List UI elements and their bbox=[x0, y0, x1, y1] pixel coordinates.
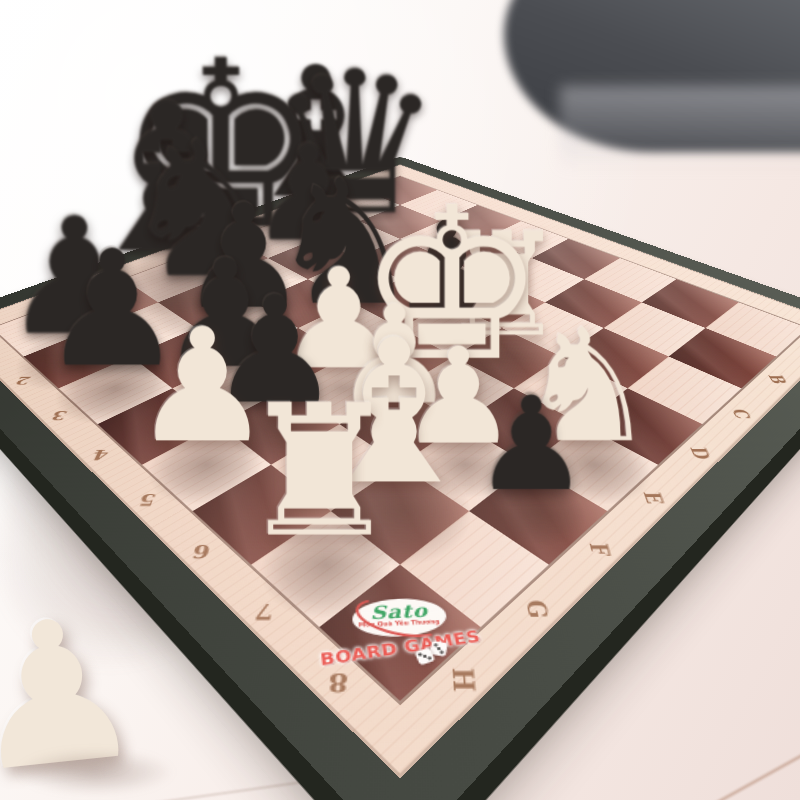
white-rook-glyph: ♜ bbox=[238, 387, 401, 560]
captured-pawn-shadow bbox=[0, 742, 200, 800]
black-pawn-glyph: ♟ bbox=[474, 384, 590, 507]
